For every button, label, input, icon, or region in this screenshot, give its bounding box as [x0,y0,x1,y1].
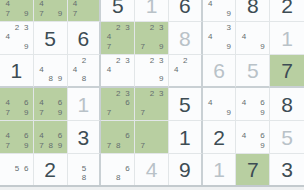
pencil-mark-9: 9 [258,42,267,52]
pencil-marks: 4679 [37,89,65,118]
pencil-mark-3: 3 [157,89,166,99]
pencil-mark-7: 7 [104,141,113,151]
pencil-mark-8: 8 [46,141,55,151]
cell-r5c4[interactable]: 2347 [101,22,135,55]
cell-r9c9[interactable]: 3 [270,154,304,185]
pencil-mark-9: 9 [157,42,166,52]
pencil-mark-6: 6 [55,132,64,142]
pencil-marks: 24 [172,56,199,84]
cell-r6c2[interactable]: 489 [34,55,68,88]
cell-r7c6[interactable]: 5 [169,88,203,121]
pencil-marks: 239 [138,56,166,84]
pencil-mark-3: 3 [123,89,132,99]
pencil-marks: 479 [3,0,31,19]
pencil-marks: 479 [37,0,65,19]
pencil-marks: 7 [138,122,166,151]
cell-r6c3[interactable]: 248 [68,55,102,88]
cell-r5c7[interactable]: 349 [203,22,237,55]
pencil-mark-8: 8 [46,75,55,84]
pencil-marks: 248 [71,56,98,84]
pencil-mark-6: 6 [55,99,64,109]
cell-value: 3 [68,121,100,153]
cell-r5c1[interactable]: 2349 [0,22,34,55]
cell-value: 1 [270,22,304,54]
pencil-mark-7: 7 [3,108,12,118]
cell-r5c9[interactable]: 1 [270,22,304,55]
pencil-mark-4: 4 [104,65,113,74]
pencil-marks: 49 [206,89,234,118]
cell-value: 8 [236,0,269,21]
pencil-mark-6: 6 [22,132,31,142]
pencil-marks: 58 [71,155,98,183]
cell-r7c4[interactable]: 2367 [101,88,135,121]
cell-r8c2[interactable]: 46789 [34,121,68,154]
pencil-mark-9: 9 [55,75,64,84]
pencil-mark-4: 4 [37,65,46,74]
pencil-mark-8: 8 [79,75,88,84]
cell-r8c4[interactable]: 678 [101,121,135,154]
pencil-marks: 469 [239,89,267,118]
pencil-marks: 4679 [3,89,31,118]
cell-r9c8[interactable]: 7 [236,154,270,185]
pencil-mark-5: 5 [12,164,21,173]
cell-value: 1 [135,0,168,21]
pencil-marks: 349 [206,23,234,52]
pencil-mark-9: 9 [258,141,267,151]
pencil-mark-4: 4 [206,33,215,43]
cell-r8c8[interactable]: 469 [236,121,270,154]
pencil-mark-7: 7 [104,108,113,118]
cell-r7c5[interactable]: 237 [135,88,169,121]
cell-r5c5[interactable]: 2379 [135,22,169,55]
cell-value: 8 [169,22,201,54]
pencil-mark-4: 4 [206,0,215,9]
cell-r8c5[interactable]: 7 [135,121,169,154]
pencil-mark-4: 4 [239,99,248,109]
pencil-mark-3: 3 [123,56,132,65]
pencil-mark-4: 4 [206,99,215,109]
pencil-mark-8: 8 [114,141,123,151]
cell-value: 1 [203,154,236,185]
cell-value: 5 [101,0,134,21]
pencil-mark-2: 2 [147,23,156,33]
pencil-marks: 2367 [104,89,132,118]
pencil-mark-4: 4 [239,132,248,142]
pencil-marks: 489 [37,56,65,84]
cell-r7c1[interactable]: 4679 [0,88,34,121]
sudoku-board-viewport: 4794794751649822349562347237983494911489… [0,0,304,187]
pencil-marks: 469 [239,122,267,151]
pencil-marks: 56 [3,155,31,183]
pencil-mark-5: 5 [79,164,88,173]
pencil-mark-4: 4 [3,33,12,43]
cell-r7c3[interactable]: 1 [68,88,102,121]
pencil-mark-4: 4 [71,0,80,9]
pencil-mark-2: 2 [114,23,123,33]
cell-value: 3 [270,154,304,185]
pencil-mark-4: 4 [104,33,113,43]
pencil-mark-9: 9 [55,9,64,19]
pencil-mark-9: 9 [22,9,31,19]
cell-r6c8[interactable]: 5 [236,55,270,88]
pencil-mark-8: 8 [114,174,123,183]
pencil-mark-4: 4 [3,0,12,9]
cell-r8c9[interactable]: 5 [270,121,304,154]
cell-value: 5 [169,88,201,120]
cell-r6c1[interactable]: 1 [0,55,34,88]
pencil-mark-6: 6 [22,164,31,173]
pencil-mark-3: 3 [157,56,166,65]
pencil-marks: 2349 [3,23,31,52]
pencil-mark-9: 9 [22,108,31,118]
pencil-marks: 2379 [138,23,166,52]
cell-value: 1 [68,88,100,120]
pencil-mark-7: 7 [37,9,46,19]
cell-r9c6[interactable]: 9 [169,154,203,185]
cell-r4c3[interactable]: 47 [68,0,102,22]
pencil-mark-9: 9 [224,9,233,19]
pencil-mark-9: 9 [22,42,31,52]
cell-value: 6 [169,0,201,21]
cell-r4c5[interactable]: 1 [135,0,169,22]
pencil-mark-2: 2 [114,89,123,99]
cell-r9c1[interactable]: 56 [0,154,34,185]
cell-r4c8[interactable]: 8 [236,0,270,22]
pencil-mark-2: 2 [147,89,156,99]
pencil-mark-2: 2 [147,56,156,65]
pencil-mark-6: 6 [123,164,132,173]
cell-value: 2 [203,121,236,153]
cell-r5c6[interactable]: 8 [169,22,203,55]
cell-r7c8[interactable]: 469 [236,88,270,121]
cell-r9c2[interactable]: 2 [34,154,68,185]
cell-value: 6 [203,55,236,86]
pencil-marks: 49 [206,0,234,19]
cell-r8c3[interactable]: 3 [68,121,102,154]
cell-r8c7[interactable]: 2 [203,121,237,154]
cell-r4c4[interactable]: 5 [101,0,135,22]
cell-value: 1 [0,55,33,86]
cell-r7c2[interactable]: 4679 [34,88,68,121]
pencil-marks: 46789 [37,122,65,151]
cell-r9c3[interactable]: 58 [68,154,102,185]
cell-r8c1[interactable]: 4679 [0,121,34,154]
pencil-mark-6: 6 [258,132,267,142]
sudoku-app-screen: 4794794751649822349562347237983494911489… [0,0,304,190]
pencil-marks: 237 [138,89,166,118]
cell-r4c1[interactable]: 479 [0,0,34,22]
pencil-mark-6: 6 [123,132,132,142]
cell-value: 5 [270,121,304,153]
pencil-marks: 4679 [3,122,31,151]
cell-value: 5 [236,55,269,86]
pencil-mark-7: 7 [37,141,46,151]
pencil-mark-4: 4 [71,65,80,74]
pencil-marks: 68 [104,155,132,183]
pencil-mark-7: 7 [71,9,80,19]
pencil-mark-3: 3 [123,23,132,33]
pencil-mark-7: 7 [138,141,147,151]
cell-value: 8 [270,88,304,120]
pencil-mark-7: 7 [138,108,147,118]
cell-value: 1 [169,121,201,153]
pencil-mark-9: 9 [157,75,166,84]
sudoku-board: 4794794751649822349562347237983494911489… [0,0,304,185]
pencil-mark-6: 6 [22,99,31,109]
pencil-mark-9: 9 [224,42,233,52]
cell-value: 2 [34,154,67,185]
cell-value: 5 [34,22,67,54]
cell-r9c5[interactable]: 4 [135,154,169,185]
cell-value: 6 [68,22,100,54]
cell-r5c2[interactable]: 5 [34,22,68,55]
pencil-marks: 678 [104,122,132,151]
pencil-mark-7: 7 [3,9,12,19]
pencil-marks: 49 [239,23,267,52]
pencil-mark-4: 4 [3,132,12,142]
cell-r4c6[interactable]: 6 [169,0,203,22]
pencil-marks: 47 [71,0,98,19]
cell-r6c5[interactable]: 239 [135,55,169,88]
pencil-mark-2: 2 [181,56,190,65]
cell-r9c7[interactable]: 1 [203,154,237,185]
cell-r6c6[interactable]: 24 [169,55,203,88]
pencil-mark-9: 9 [55,108,64,118]
pencil-mark-7: 7 [138,42,147,52]
pencil-mark-4: 4 [3,99,12,109]
pencil-mark-6: 6 [123,99,132,109]
cell-value: 2 [270,0,304,21]
pencil-mark-7: 7 [104,42,113,52]
pencil-mark-2: 2 [114,56,123,65]
cell-r6c9[interactable]: 7 [270,55,304,88]
cell-r4c2[interactable]: 479 [34,0,68,22]
pencil-mark-7: 7 [37,108,46,118]
pencil-mark-3: 3 [22,23,31,33]
pencil-mark-9: 9 [55,141,64,151]
pencil-mark-9: 9 [22,141,31,151]
pencil-mark-4: 4 [37,0,46,9]
cell-r7c7[interactable]: 49 [203,88,237,121]
pencil-marks: 234 [104,56,132,84]
cell-r5c3[interactable]: 6 [68,22,102,55]
cell-value: 4 [135,154,168,185]
cell-r8c6[interactable]: 1 [169,121,203,154]
pencil-mark-4: 4 [239,33,248,43]
pencil-marks: 2347 [104,23,132,52]
cell-r9c4[interactable]: 68 [101,154,135,185]
cell-r4c7[interactable]: 49 [203,0,237,22]
pencil-mark-2: 2 [12,23,21,33]
pencil-mark-7: 7 [3,141,12,151]
pencil-mark-4: 4 [37,132,46,142]
pencil-mark-8: 8 [79,174,88,183]
cell-value: 7 [236,154,269,185]
pencil-mark-9: 9 [258,108,267,118]
cell-r5c8[interactable]: 49 [236,22,270,55]
pencil-mark-9: 9 [224,108,233,118]
cell-value: 9 [169,154,201,185]
pencil-mark-4: 4 [37,99,46,109]
pencil-mark-4: 4 [172,65,181,74]
cell-value: 7 [270,55,304,86]
cell-r7c9[interactable]: 8 [270,88,304,121]
pencil-mark-3: 3 [224,23,233,33]
pencil-mark-3: 3 [157,23,166,33]
pencil-mark-6: 6 [258,99,267,109]
cell-r6c7[interactable]: 6 [203,55,237,88]
cell-r6c4[interactable]: 234 [101,55,135,88]
pencil-mark-2: 2 [79,56,88,65]
cell-r4c9[interactable]: 2 [270,0,304,22]
